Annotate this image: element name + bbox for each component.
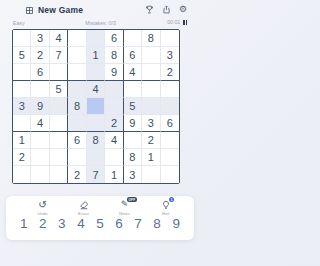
- cell-value: 9: [37, 100, 43, 112]
- cell-value: 2: [167, 66, 173, 78]
- cell-r4c8[interactable]: [142, 81, 160, 98]
- numpad-2[interactable]: 2: [39, 216, 47, 232]
- cell-r3c6[interactable]: 9: [105, 64, 123, 81]
- cell-value: 3: [129, 169, 135, 181]
- cell-r6c1[interactable]: [13, 115, 31, 132]
- header-left[interactable]: New Game: [24, 5, 83, 15]
- lightbulb-icon: 1: [160, 199, 171, 210]
- numpad-6[interactable]: 6: [115, 216, 123, 232]
- cell-value: 3: [37, 32, 43, 44]
- toolbar-card: ↺ Undo Erase ✎ OFF Notes 1: [6, 196, 194, 240]
- cell-r1c7[interactable]: [124, 30, 142, 47]
- cell-r8c5[interactable]: [87, 149, 105, 166]
- cell-r7c5[interactable]: 8: [87, 132, 105, 149]
- cell-r9c5[interactable]: 7: [87, 166, 105, 183]
- cell-r4c7[interactable]: [124, 81, 142, 98]
- cell-r2c7[interactable]: 6: [124, 47, 142, 64]
- cell-r1c6[interactable]: 6: [105, 30, 123, 47]
- cell-value: 5: [129, 100, 135, 112]
- cell-value: 7: [56, 49, 62, 61]
- cell-r2c5[interactable]: 1: [87, 47, 105, 64]
- cell-r7c9[interactable]: [161, 132, 179, 149]
- cell-r2c4[interactable]: [68, 47, 86, 64]
- cell-value: 4: [111, 134, 117, 146]
- cell-value: 8: [129, 151, 135, 163]
- cell-r7c4[interactable]: 6: [68, 132, 86, 149]
- cell-r3c3[interactable]: [50, 64, 68, 81]
- undo-button[interactable]: ↺ Undo: [22, 199, 63, 216]
- cell-r6c3[interactable]: [50, 115, 68, 132]
- number-pad: 1 2 3 4 5 6 7 8 9: [6, 216, 194, 232]
- cell-r2c9[interactable]: 3: [161, 47, 179, 64]
- cell-r2c1[interactable]: 5: [13, 47, 31, 64]
- pencil-icon: ✎ OFF: [119, 199, 130, 210]
- cell-r2c3[interactable]: 7: [50, 47, 68, 64]
- cell-value: 6: [129, 49, 135, 61]
- cell-r6c6[interactable]: 2: [105, 115, 123, 132]
- cell-r4c1[interactable]: [13, 81, 31, 98]
- notes-button[interactable]: ✎ OFF Notes: [104, 199, 145, 216]
- cell-r7c2[interactable]: [31, 132, 49, 149]
- cell-r1c8[interactable]: 8: [142, 30, 160, 47]
- cell-value: 1: [19, 134, 25, 146]
- settings-icon[interactable]: ⚙: [178, 4, 188, 14]
- cell-r9c7[interactable]: 3: [124, 166, 142, 183]
- cell-r9c6[interactable]: 1: [105, 166, 123, 183]
- cell-r4c3[interactable]: 5: [50, 81, 68, 98]
- cell-value: 5: [19, 49, 25, 61]
- tools-row: ↺ Undo Erase ✎ OFF Notes 1: [6, 199, 194, 216]
- cell-r3c9[interactable]: 2: [161, 64, 179, 81]
- cell-r7c8[interactable]: 2: [142, 132, 160, 149]
- status-bar: Easy Mistakes: 0/3 00:01: [13, 19, 188, 28]
- numpad-5[interactable]: 5: [96, 216, 104, 232]
- cell-value: 4: [92, 83, 98, 95]
- sudoku-board: 34685271863694254398542936168422812713: [12, 29, 180, 184]
- cell-r6c8[interactable]: 3: [142, 115, 160, 132]
- cell-r4c2[interactable]: [31, 81, 49, 98]
- cell-r3c8[interactable]: [142, 64, 160, 81]
- cell-value: 4: [37, 117, 43, 129]
- trophy-icon[interactable]: [144, 4, 154, 14]
- cell-r9c2[interactable]: [31, 166, 49, 183]
- cell-value: 7: [92, 169, 98, 181]
- cell-value: 2: [148, 134, 154, 146]
- erase-button[interactable]: Erase: [63, 199, 104, 216]
- cell-r3c1[interactable]: [13, 64, 31, 81]
- cell-value: 8: [111, 49, 117, 61]
- sudoku-app: New Game ⚙ Easy Mistakes: 0/3 00:01 3468…: [0, 0, 200, 266]
- cell-r6c7[interactable]: 9: [124, 115, 142, 132]
- cell-r5c5[interactable]: [87, 98, 105, 115]
- cell-r5c2[interactable]: 9: [31, 98, 49, 115]
- mistakes-label: Mistakes: 0/3: [13, 20, 188, 26]
- grid-icon: [24, 5, 34, 15]
- cell-r6c5[interactable]: [87, 115, 105, 132]
- cell-value: 3: [167, 49, 173, 61]
- cell-value: 1: [92, 49, 98, 61]
- cell-r6c9[interactable]: 6: [161, 115, 179, 132]
- cell-value: 2: [74, 169, 80, 181]
- cell-r3c7[interactable]: 4: [124, 64, 142, 81]
- undo-icon: ↺: [37, 199, 48, 210]
- cell-r1c3[interactable]: 4: [50, 30, 68, 47]
- cell-r5c9[interactable]: [161, 98, 179, 115]
- cell-r5c7[interactable]: 5: [124, 98, 142, 115]
- cell-r8c9[interactable]: [161, 149, 179, 166]
- cell-r2c2[interactable]: 2: [31, 47, 49, 64]
- cell-r6c2[interactable]: 4: [31, 115, 49, 132]
- numpad-1[interactable]: 1: [20, 216, 28, 232]
- cell-r7c7[interactable]: [124, 132, 142, 149]
- cell-r1c1[interactable]: [13, 30, 31, 47]
- cell-r8c7[interactable]: 8: [124, 149, 142, 166]
- cell-r4c5[interactable]: 4: [87, 81, 105, 98]
- cell-r7c3[interactable]: [50, 132, 68, 149]
- cell-value: 3: [148, 117, 154, 129]
- cell-value: 9: [129, 117, 135, 129]
- timer: 00:01: [167, 19, 188, 26]
- cell-r9c4[interactable]: 2: [68, 166, 86, 183]
- cell-value: 1: [111, 169, 117, 181]
- cell-r5c3[interactable]: [50, 98, 68, 115]
- cell-value: 2: [111, 117, 117, 129]
- cell-r1c2[interactable]: 3: [31, 30, 49, 47]
- cell-r1c5[interactable]: [87, 30, 105, 47]
- cell-r9c1[interactable]: [13, 166, 31, 183]
- cell-value: 6: [167, 117, 173, 129]
- cell-value: 6: [37, 66, 43, 78]
- share-icon[interactable]: [161, 4, 171, 14]
- cell-value: 1: [148, 151, 154, 163]
- cell-r1c9[interactable]: [161, 30, 179, 47]
- cell-r4c4[interactable]: [68, 81, 86, 98]
- cell-r5c1[interactable]: 3: [13, 98, 31, 115]
- cell-value: 3: [19, 100, 25, 112]
- cell-value: 2: [19, 151, 25, 163]
- timer-value: 00:01: [167, 19, 180, 25]
- cell-value: 4: [56, 32, 62, 44]
- pause-icon[interactable]: [182, 19, 188, 26]
- cell-r9c3[interactable]: [50, 166, 68, 183]
- cell-value: 6: [74, 134, 80, 146]
- cell-r8c6[interactable]: [105, 149, 123, 166]
- cell-r2c8[interactable]: [142, 47, 160, 64]
- cell-r4c6[interactable]: [105, 81, 123, 98]
- cell-r3c5[interactable]: [87, 64, 105, 81]
- cell-value: 8: [92, 134, 98, 146]
- numpad-3[interactable]: 3: [58, 216, 66, 232]
- cell-value: 2: [37, 49, 43, 61]
- numpad-8[interactable]: 8: [153, 216, 161, 232]
- hint-badge: 1: [169, 197, 174, 202]
- hint-button[interactable]: 1 Hint: [145, 199, 186, 216]
- cell-value: 8: [148, 32, 154, 44]
- cell-r2c6[interactable]: 8: [105, 47, 123, 64]
- cell-r4c9[interactable]: [161, 81, 179, 98]
- cell-r9c8[interactable]: [142, 166, 160, 183]
- cell-r5c8[interactable]: [142, 98, 160, 115]
- header: New Game ⚙: [0, 0, 200, 18]
- cell-r8c1[interactable]: 2: [13, 149, 31, 166]
- cell-r8c2[interactable]: [31, 149, 49, 166]
- cell-r9c9[interactable]: [161, 166, 179, 183]
- cell-r3c4[interactable]: [68, 64, 86, 81]
- cell-r7c1[interactable]: 1: [13, 132, 31, 149]
- cell-r6c4[interactable]: [68, 115, 86, 132]
- cell-value: 5: [56, 83, 62, 95]
- cell-value: 9: [111, 66, 117, 78]
- cell-r8c4[interactable]: [68, 149, 86, 166]
- header-actions: ⚙: [144, 4, 188, 14]
- cell-r5c4[interactable]: 8: [68, 98, 86, 115]
- cell-value: 8: [74, 100, 80, 112]
- page-title: New Game: [38, 5, 83, 15]
- cell-r8c8[interactable]: 1: [142, 149, 160, 166]
- numpad-7[interactable]: 7: [134, 216, 142, 232]
- cell-r1c4[interactable]: [68, 30, 86, 47]
- numpad-9[interactable]: 9: [172, 216, 180, 232]
- cell-r8c3[interactable]: [50, 149, 68, 166]
- cell-r7c6[interactable]: 4: [105, 132, 123, 149]
- numpad-4[interactable]: 4: [77, 216, 85, 232]
- cell-r5c6[interactable]: [105, 98, 123, 115]
- cell-value: 4: [129, 66, 135, 78]
- cell-r3c2[interactable]: 6: [31, 64, 49, 81]
- eraser-icon: [78, 199, 89, 210]
- notes-badge: OFF: [127, 197, 137, 202]
- cell-value: 6: [111, 32, 117, 44]
